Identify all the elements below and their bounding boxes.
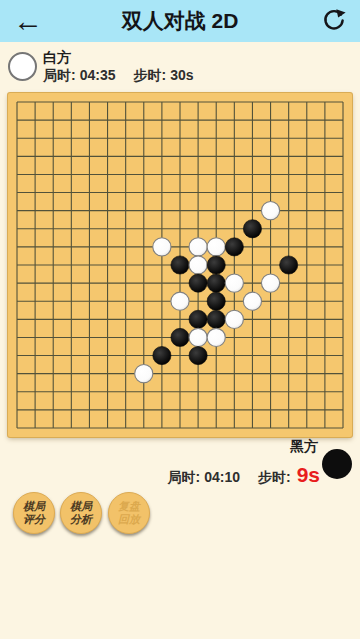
stone-white	[225, 310, 243, 328]
white-game-time: 04:35	[80, 67, 116, 83]
refresh-button[interactable]	[320, 7, 348, 35]
white-player-name: 白方	[43, 49, 71, 67]
stone-white	[243, 292, 261, 310]
game-score-label-line2: 评分	[23, 513, 45, 526]
stone-white	[207, 238, 225, 256]
stone-black	[189, 310, 207, 328]
stone-white	[261, 274, 279, 292]
stone-black	[243, 220, 261, 238]
replay-button-disabled[interactable]: 复盘 回放	[108, 492, 150, 534]
stone-white	[225, 274, 243, 292]
stone-black	[153, 346, 171, 364]
game-score-label-line1: 棋局	[23, 500, 45, 513]
stone-white	[189, 238, 207, 256]
white-move-time: 30s	[170, 67, 193, 83]
black-game-time-label: 局时:	[167, 469, 200, 487]
white-move-time-label: 步时:	[133, 67, 166, 85]
stone-white	[207, 328, 225, 346]
stone-white	[189, 328, 207, 346]
stone-black	[189, 346, 207, 364]
black-game-time: 04:10	[204, 469, 240, 485]
white-game-time-label: 局时:	[43, 67, 76, 85]
stone-white	[135, 365, 153, 383]
stone-black	[171, 256, 189, 274]
refresh-icon	[321, 21, 347, 36]
game-analysis-label-line1: 棋局	[70, 500, 92, 513]
game-analysis-label-line2: 分析	[70, 513, 92, 526]
black-player-avatar	[322, 449, 352, 479]
replay-label-line2: 回放	[118, 513, 140, 526]
white-player-timers: 局时: 04:35 步时: 30s	[43, 67, 194, 85]
header-bar: ← 双人对战 2D	[0, 0, 360, 42]
stone-black	[189, 274, 207, 292]
black-move-time-label: 步时:	[258, 469, 291, 487]
stone-black	[207, 256, 225, 274]
stone-white	[261, 202, 279, 220]
back-button[interactable]: ←	[8, 2, 48, 40]
game-analysis-button[interactable]: 棋局 分析	[60, 492, 102, 534]
stone-black	[207, 310, 225, 328]
stone-black	[171, 328, 189, 346]
black-player-name: 黑方	[290, 438, 318, 456]
stone-black	[225, 238, 243, 256]
stone-white	[153, 238, 171, 256]
stone-white	[189, 256, 207, 274]
page-title: 双人对战 2D	[60, 0, 300, 42]
replay-label-line1: 复盘	[118, 500, 140, 513]
black-player-timers: 局时: 04:10 步时: 9s	[167, 463, 320, 487]
stone-black	[207, 274, 225, 292]
white-player-avatar	[8, 52, 37, 81]
stone-white	[171, 292, 189, 310]
app-screen: ← 双人对战 2D 白方 局时: 04:35 步时: 30s	[0, 0, 360, 639]
stone-black	[280, 256, 298, 274]
black-move-time-urgent: 9s	[297, 463, 320, 487]
gomoku-board[interactable]	[8, 93, 352, 437]
game-score-button[interactable]: 棋局 评分	[13, 492, 55, 534]
stone-black	[207, 292, 225, 310]
